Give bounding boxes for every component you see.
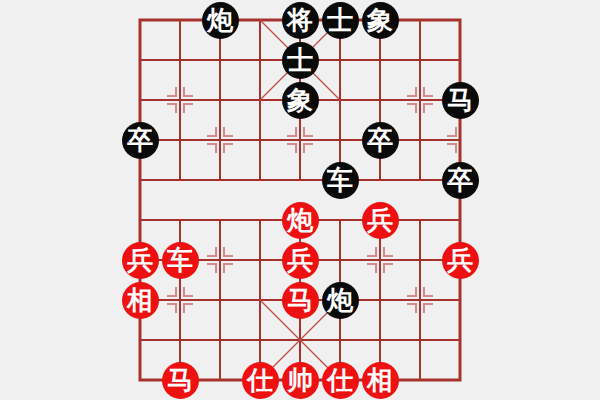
piece-black-chariot[interactable]: 车: [320, 160, 360, 200]
black-horse-glyph: 马: [442, 82, 479, 119]
red-soldier-glyph: 兵: [122, 242, 159, 279]
red-chariot-glyph: 车: [162, 242, 199, 279]
piece-black-cannon[interactable]: 炮: [320, 280, 360, 320]
black-soldier-glyph: 卒: [362, 122, 399, 159]
red-soldier-glyph: 兵: [442, 242, 479, 279]
red-general-glyph: 帅: [282, 362, 319, 399]
piece-red-soldier[interactable]: 兵: [280, 240, 320, 280]
pieces-layer: 炮将士象士象马卒卒车卒炮兵兵车兵兵相马炮马仕帅仕相: [120, 0, 480, 400]
piece-red-elephant[interactable]: 相: [360, 360, 400, 400]
piece-red-general[interactable]: 帅: [280, 360, 320, 400]
piece-black-advisor[interactable]: 士: [320, 0, 360, 40]
piece-black-soldier[interactable]: 卒: [360, 120, 400, 160]
piece-black-soldier[interactable]: 卒: [440, 160, 480, 200]
piece-black-soldier[interactable]: 卒: [120, 120, 160, 160]
black-advisor-glyph: 士: [282, 42, 319, 79]
red-soldier-glyph: 兵: [282, 242, 319, 279]
piece-black-advisor[interactable]: 士: [280, 40, 320, 80]
black-cannon-glyph: 炮: [202, 2, 239, 39]
piece-black-general[interactable]: 将: [280, 0, 320, 40]
red-cannon-glyph: 炮: [282, 202, 319, 239]
piece-red-advisor[interactable]: 仕: [240, 360, 280, 400]
black-elephant-glyph: 象: [282, 82, 319, 119]
xiangqi-game-screen: 炮将士象士象马卒卒车卒炮兵兵车兵兵相马炮马仕帅仕相: [0, 0, 600, 400]
piece-black-elephant[interactable]: 象: [280, 80, 320, 120]
black-soldier-glyph: 卒: [122, 122, 159, 159]
black-general-glyph: 将: [282, 2, 319, 39]
black-soldier-glyph: 卒: [442, 162, 479, 199]
black-cannon-glyph: 炮: [322, 282, 359, 319]
piece-black-horse[interactable]: 马: [440, 80, 480, 120]
piece-red-elephant[interactable]: 相: [120, 280, 160, 320]
piece-red-chariot[interactable]: 车: [160, 240, 200, 280]
black-advisor-glyph: 士: [322, 2, 359, 39]
red-advisor-glyph: 仕: [242, 362, 279, 399]
piece-red-horse[interactable]: 马: [160, 360, 200, 400]
piece-black-elephant[interactable]: 象: [360, 0, 400, 40]
xiangqi-board[interactable]: 炮将士象士象马卒卒车卒炮兵兵车兵兵相马炮马仕帅仕相: [120, 0, 480, 400]
red-advisor-glyph: 仕: [322, 362, 359, 399]
piece-red-horse[interactable]: 马: [280, 280, 320, 320]
red-elephant-glyph: 相: [362, 362, 399, 399]
piece-red-advisor[interactable]: 仕: [320, 360, 360, 400]
black-elephant-glyph: 象: [362, 2, 399, 39]
piece-red-soldier[interactable]: 兵: [440, 240, 480, 280]
black-chariot-glyph: 车: [322, 162, 359, 199]
piece-black-cannon[interactable]: 炮: [200, 0, 240, 40]
red-horse-glyph: 马: [162, 362, 199, 399]
red-soldier-glyph: 兵: [362, 202, 399, 239]
piece-red-soldier[interactable]: 兵: [360, 200, 400, 240]
piece-red-cannon[interactable]: 炮: [280, 200, 320, 240]
red-elephant-glyph: 相: [122, 282, 159, 319]
piece-red-soldier[interactable]: 兵: [120, 240, 160, 280]
red-horse-glyph: 马: [282, 282, 319, 319]
